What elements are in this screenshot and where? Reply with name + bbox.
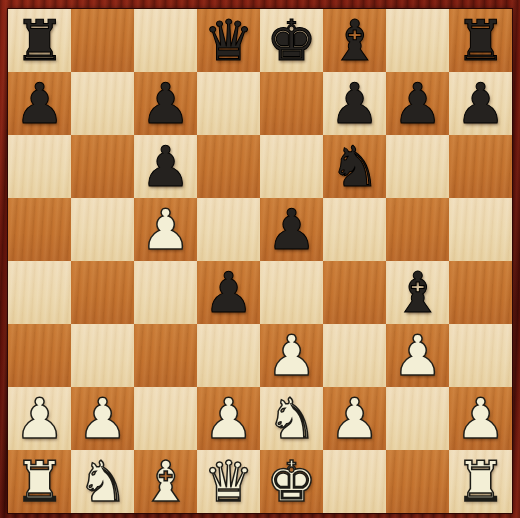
white-pawn-icon: ♟ <box>71 387 134 450</box>
white-bishop-icon: ♝ <box>134 450 197 513</box>
square-g5[interactable] <box>386 198 449 261</box>
square-d7[interactable] <box>197 72 260 135</box>
white-knight-icon: ♞ <box>260 387 323 450</box>
square-d2[interactable]: ♟ <box>197 387 260 450</box>
square-e6[interactable] <box>260 135 323 198</box>
square-c3[interactable] <box>134 324 197 387</box>
square-g8[interactable] <box>386 9 449 72</box>
square-b2[interactable]: ♟ <box>71 387 134 450</box>
white-rook-icon: ♜ <box>8 450 71 513</box>
black-pawn-icon: ♟ <box>197 261 260 324</box>
square-a2[interactable]: ♟ <box>8 387 71 450</box>
white-queen-icon: ♛ <box>197 450 260 513</box>
black-pawn-icon: ♟ <box>323 72 386 135</box>
black-bishop-icon: ♝ <box>323 9 386 72</box>
white-pawn-icon: ♟ <box>197 387 260 450</box>
square-b5[interactable] <box>71 198 134 261</box>
square-e4[interactable] <box>260 261 323 324</box>
black-bishop-icon: ♝ <box>386 261 449 324</box>
square-b7[interactable] <box>71 72 134 135</box>
chess-board: ♜♛♚♝♜♟♟♟♟♟♟♞♟♟♟♝♟♟♟♟♟♞♟♟♜♞♝♛♚♜ <box>8 9 512 513</box>
black-king-icon: ♚ <box>260 9 323 72</box>
square-d5[interactable] <box>197 198 260 261</box>
square-d4[interactable]: ♟ <box>197 261 260 324</box>
square-f1[interactable] <box>323 450 386 513</box>
black-rook-icon: ♜ <box>8 9 71 72</box>
square-e1[interactable]: ♚ <box>260 450 323 513</box>
board-frame: ♜♛♚♝♜♟♟♟♟♟♟♞♟♟♟♝♟♟♟♟♟♞♟♟♜♞♝♛♚♜ <box>0 0 520 518</box>
square-f7[interactable]: ♟ <box>323 72 386 135</box>
square-d8[interactable]: ♛ <box>197 9 260 72</box>
square-f2[interactable]: ♟ <box>323 387 386 450</box>
square-c2[interactable] <box>134 387 197 450</box>
square-e8[interactable]: ♚ <box>260 9 323 72</box>
white-king-icon: ♚ <box>260 450 323 513</box>
white-pawn-icon: ♟ <box>260 324 323 387</box>
black-pawn-icon: ♟ <box>134 135 197 198</box>
black-pawn-icon: ♟ <box>8 72 71 135</box>
square-b3[interactable] <box>71 324 134 387</box>
square-a1[interactable]: ♜ <box>8 450 71 513</box>
square-h5[interactable] <box>449 198 512 261</box>
square-c5[interactable]: ♟ <box>134 198 197 261</box>
square-c6[interactable]: ♟ <box>134 135 197 198</box>
square-f8[interactable]: ♝ <box>323 9 386 72</box>
white-pawn-icon: ♟ <box>386 324 449 387</box>
black-pawn-icon: ♟ <box>260 198 323 261</box>
square-c4[interactable] <box>134 261 197 324</box>
square-d1[interactable]: ♛ <box>197 450 260 513</box>
square-a6[interactable] <box>8 135 71 198</box>
white-pawn-icon: ♟ <box>323 387 386 450</box>
square-c1[interactable]: ♝ <box>134 450 197 513</box>
white-pawn-icon: ♟ <box>134 198 197 261</box>
square-f3[interactable] <box>323 324 386 387</box>
square-h7[interactable]: ♟ <box>449 72 512 135</box>
square-e5[interactable]: ♟ <box>260 198 323 261</box>
square-d6[interactable] <box>197 135 260 198</box>
square-g1[interactable] <box>386 450 449 513</box>
square-b4[interactable] <box>71 261 134 324</box>
white-knight-icon: ♞ <box>71 450 134 513</box>
square-g7[interactable]: ♟ <box>386 72 449 135</box>
black-pawn-icon: ♟ <box>134 72 197 135</box>
black-pawn-icon: ♟ <box>386 72 449 135</box>
square-f5[interactable] <box>323 198 386 261</box>
white-pawn-icon: ♟ <box>8 387 71 450</box>
black-rook-icon: ♜ <box>449 9 512 72</box>
square-f4[interactable] <box>323 261 386 324</box>
square-h4[interactable] <box>449 261 512 324</box>
square-a8[interactable]: ♜ <box>8 9 71 72</box>
white-rook-icon: ♜ <box>449 450 512 513</box>
square-d3[interactable] <box>197 324 260 387</box>
square-e2[interactable]: ♞ <box>260 387 323 450</box>
square-h3[interactable] <box>449 324 512 387</box>
black-pawn-icon: ♟ <box>449 72 512 135</box>
square-h1[interactable]: ♜ <box>449 450 512 513</box>
square-c7[interactable]: ♟ <box>134 72 197 135</box>
square-e7[interactable] <box>260 72 323 135</box>
square-h8[interactable]: ♜ <box>449 9 512 72</box>
square-g2[interactable] <box>386 387 449 450</box>
square-g6[interactable] <box>386 135 449 198</box>
square-b8[interactable] <box>71 9 134 72</box>
square-g4[interactable]: ♝ <box>386 261 449 324</box>
square-a7[interactable]: ♟ <box>8 72 71 135</box>
square-b1[interactable]: ♞ <box>71 450 134 513</box>
square-h6[interactable] <box>449 135 512 198</box>
square-c8[interactable] <box>134 9 197 72</box>
square-a5[interactable] <box>8 198 71 261</box>
square-h2[interactable]: ♟ <box>449 387 512 450</box>
square-f6[interactable]: ♞ <box>323 135 386 198</box>
white-pawn-icon: ♟ <box>449 387 512 450</box>
black-knight-icon: ♞ <box>323 135 386 198</box>
black-queen-icon: ♛ <box>197 9 260 72</box>
square-g3[interactable]: ♟ <box>386 324 449 387</box>
square-e3[interactable]: ♟ <box>260 324 323 387</box>
square-a3[interactable] <box>8 324 71 387</box>
square-b6[interactable] <box>71 135 134 198</box>
square-a4[interactable] <box>8 261 71 324</box>
